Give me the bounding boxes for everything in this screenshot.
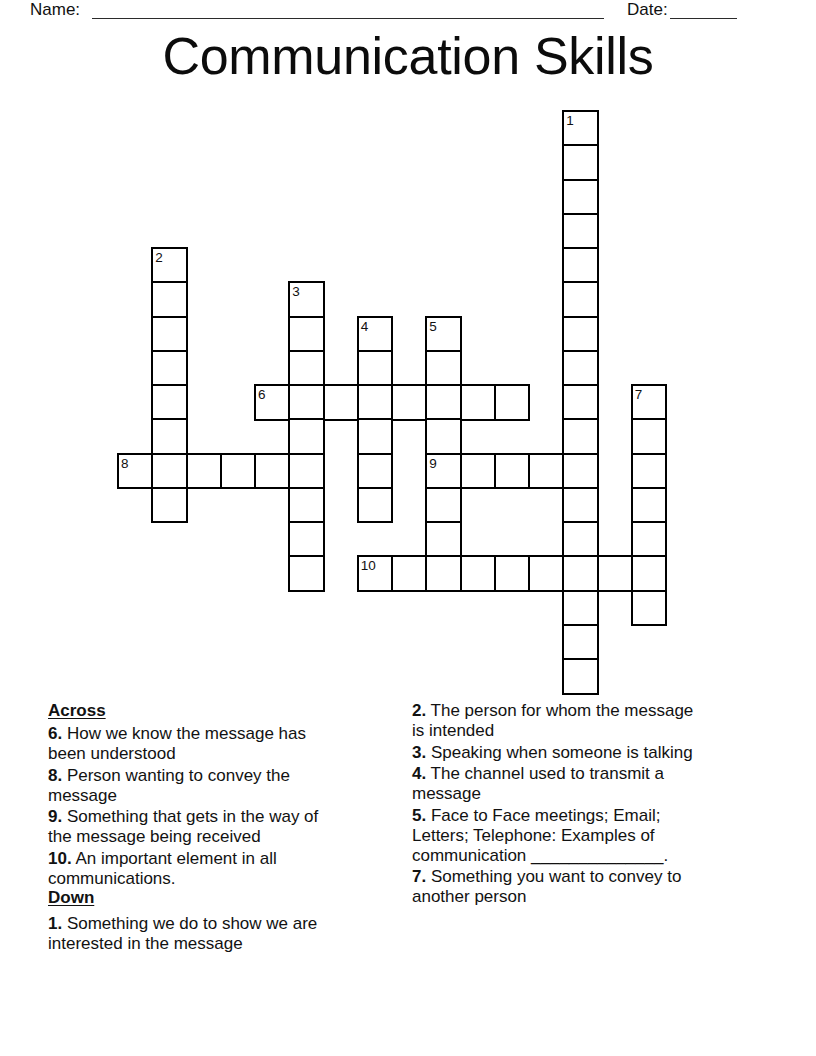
grid-cell-r11c5[interactable] (288, 487, 325, 524)
clue-line: the message being received (48, 827, 396, 847)
grid-cell-r2c13[interactable] (562, 179, 599, 216)
clue-across-6: 6. How we know the message hasbeen under… (48, 724, 396, 764)
clue-line: message (412, 784, 760, 804)
grid-cell-r9c1[interactable] (151, 418, 188, 455)
grid-cell-r13c14[interactable] (597, 555, 634, 592)
grid-cell-r16c13[interactable] (562, 658, 599, 695)
grid-cell-r7c7[interactable] (357, 350, 394, 387)
clue-line: Letters; Telephone: Examples of (412, 826, 760, 846)
grid-cell-r6c5[interactable] (288, 316, 325, 353)
grid-cell-r11c15[interactable] (631, 487, 668, 524)
grid-cell-r3c13[interactable] (562, 213, 599, 250)
clue-down-4: 4. The channel used to transmit amessage (412, 764, 760, 804)
clue-number-label: 7. (412, 867, 426, 886)
clue-line: 6. How we know the message has (48, 724, 396, 744)
grid-cell-r8c7[interactable] (357, 384, 394, 421)
grid-clue-number-6: 6 (258, 388, 266, 401)
grid-cell-r13c10[interactable] (460, 555, 497, 592)
clue-number-label: 8. (48, 766, 62, 785)
name-blank-line (92, 0, 604, 19)
clue-line: another person (412, 887, 760, 907)
clue-down-3: 3. Speaking when someone is talking (412, 743, 760, 763)
clue-line: communications. (48, 869, 396, 889)
grid-clue-number-10: 10 (361, 559, 376, 572)
grid-cell-r10c3[interactable] (220, 453, 257, 490)
grid-cell-r8c1[interactable] (151, 384, 188, 421)
grid-cell-r12c5[interactable] (288, 521, 325, 558)
grid-cell-r10c12[interactable] (528, 453, 565, 490)
grid-cell-r4c13[interactable] (562, 247, 599, 284)
grid-cell-r14c15[interactable] (631, 590, 668, 627)
clue-number-label: 4. (412, 764, 426, 783)
grid-cell-r13c13[interactable] (562, 555, 599, 592)
down-clue-list-rest: 2. The person for whom the messageis int… (412, 701, 760, 907)
grid-clue-number-3: 3 (292, 285, 300, 298)
grid-cell-r9c5[interactable] (288, 418, 325, 455)
clue-number-label: 10. (48, 849, 72, 868)
grid-cell-r5c13[interactable] (562, 281, 599, 318)
across-clue-list: 6. How we know the message hasbeen under… (48, 724, 396, 889)
clue-number-label: 9. (48, 807, 62, 826)
grid-cell-r10c15[interactable] (631, 453, 668, 490)
grid-cell-r11c9[interactable] (425, 487, 462, 524)
grid-cell-r8c10[interactable] (460, 384, 497, 421)
grid-cell-r13c9[interactable] (425, 555, 462, 592)
grid-cell-r10c2[interactable] (186, 453, 223, 490)
clue-number-label: 2. (412, 701, 426, 720)
clue-across-10: 10. An important element in allcommunica… (48, 849, 396, 889)
grid-cell-r8c6[interactable] (323, 384, 360, 421)
grid-cell-r7c9[interactable] (425, 350, 462, 387)
date-blank-line (670, 0, 737, 19)
clue-down-5: 5. Face to Face meetings; Email;Letters;… (412, 806, 760, 866)
crossword-grid: 12345678910 (117, 110, 666, 693)
grid-cell-r11c1[interactable] (151, 487, 188, 524)
clues-column-left: Across 6. How we know the message hasbee… (48, 701, 396, 956)
clue-line: 5. Face to Face meetings; Email; (412, 806, 760, 826)
grid-cell-r13c5[interactable] (288, 555, 325, 592)
grid-cell-r13c12[interactable] (528, 555, 565, 592)
grid-cell-r8c5[interactable] (288, 384, 325, 421)
grid-cell-r13c11[interactable] (494, 555, 531, 592)
clue-line: 3. Speaking when someone is talking (412, 743, 760, 763)
clue-number-label: 6. (48, 724, 62, 743)
down-heading: Down (48, 888, 396, 908)
grid-clue-number-2: 2 (155, 251, 163, 264)
grid-cell-r8c9[interactable] (425, 384, 462, 421)
clue-number-label: 5. (412, 806, 426, 825)
grid-clue-number-7: 7 (635, 388, 643, 401)
clues-column-right: 2. The person for whom the messageis int… (412, 701, 760, 909)
grid-cell-r9c9[interactable] (425, 418, 462, 455)
grid-cell-r14c13[interactable] (562, 590, 599, 627)
worksheet-page: Name: Date: Communication Skills 1234567… (0, 0, 816, 1056)
grid-cell-r12c13[interactable] (562, 521, 599, 558)
clue-line: been understood (48, 744, 396, 764)
clue-number-label: 1. (48, 914, 62, 933)
clue-across-8: 8. Person wanting to convey themessage (48, 766, 396, 806)
clue-line: 1. Something we do to show we are (48, 914, 396, 934)
clue-line: is intended (412, 721, 760, 741)
name-label: Name: (30, 0, 80, 20)
grid-clue-number-4: 4 (361, 320, 369, 333)
grid-cell-r7c1[interactable] (151, 350, 188, 387)
grid-cell-r7c5[interactable] (288, 350, 325, 387)
grid-clue-number-1: 1 (566, 114, 574, 127)
grid-cell-r10c11[interactable] (494, 453, 531, 490)
grid-cell-r10c5[interactable] (288, 453, 325, 490)
grid-clue-number-8: 8 (121, 457, 129, 470)
grid-cell-r8c8[interactable] (391, 384, 428, 421)
grid-cell-r9c13[interactable] (562, 418, 599, 455)
grid-cell-r8c11[interactable] (494, 384, 531, 421)
clue-down-7: 7. Something you want to convey toanothe… (412, 867, 760, 907)
clue-line: 7. Something you want to convey to (412, 867, 760, 887)
clue-across-9: 9. Something that gets in the way ofthe … (48, 807, 396, 847)
grid-cell-r9c15[interactable] (631, 418, 668, 455)
grid-cell-r10c7[interactable] (357, 453, 394, 490)
clue-line: interested in the message (48, 934, 396, 954)
grid-cell-r5c1[interactable] (151, 281, 188, 318)
down-clue-list-first: 1. Something we do to show we areinteres… (48, 914, 396, 954)
grid-cell-r13c8[interactable] (391, 555, 428, 592)
grid-cell-r10c13[interactable] (562, 453, 599, 490)
grid-cell-r7c13[interactable] (562, 350, 599, 387)
grid-cell-r1c13[interactable] (562, 144, 599, 181)
grid-cell-r15c13[interactable] (562, 624, 599, 661)
clue-down-1: 1. Something we do to show we areinteres… (48, 914, 396, 954)
grid-cell-r13c15[interactable] (631, 555, 668, 592)
clue-line: 9. Something that gets in the way of (48, 807, 396, 827)
grid-cell-r6c1[interactable] (151, 316, 188, 353)
clue-line: 8. Person wanting to convey the (48, 766, 396, 786)
grid-cell-r10c10[interactable] (460, 453, 497, 490)
clue-line: 4. The channel used to transmit a (412, 764, 760, 784)
grid-clue-number-5: 5 (429, 320, 437, 333)
grid-cell-r11c13[interactable] (562, 487, 599, 524)
page-title: Communication Skills (0, 30, 816, 82)
grid-cell-r12c9[interactable] (425, 521, 462, 558)
grid-cell-r12c15[interactable] (631, 521, 668, 558)
clue-number-label: 3. (412, 743, 426, 762)
clue-line: message (48, 786, 396, 806)
grid-cell-r11c7[interactable] (357, 487, 394, 524)
grid-cell-r9c7[interactable] (357, 418, 394, 455)
grid-cell-r10c4[interactable] (254, 453, 291, 490)
clue-line: 2. The person for whom the message (412, 701, 760, 721)
clue-line: 10. An important element in all (48, 849, 396, 869)
grid-cell-r8c13[interactable] (562, 384, 599, 421)
grid-cell-r6c13[interactable] (562, 316, 599, 353)
grid-clue-number-9: 9 (429, 457, 437, 470)
grid-cell-r10c1[interactable] (151, 453, 188, 490)
date-label: Date: (627, 0, 668, 20)
clue-down-2: 2. The person for whom the messageis int… (412, 701, 760, 741)
across-heading: Across (48, 701, 396, 721)
clue-line: communication ______________. (412, 846, 760, 866)
